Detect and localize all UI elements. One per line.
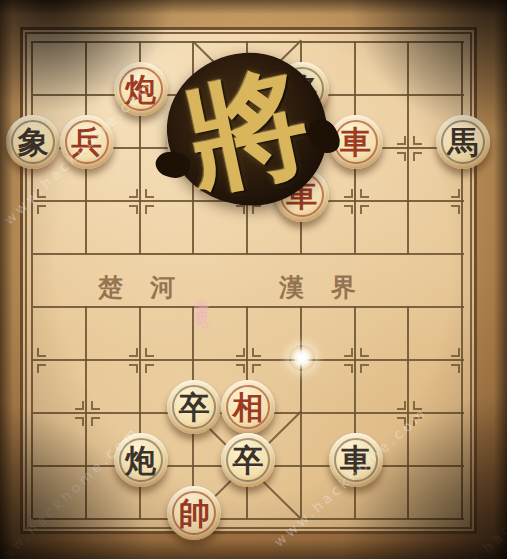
piece-red-elephant[interactable]: 相 [221,380,275,434]
star-point [145,364,154,373]
piece-black-soldier-b[interactable]: 卒 [221,433,275,487]
star-point [252,364,261,373]
check-stamp-character: 將 [153,38,341,221]
river-label-left: 楚河 [98,271,202,304]
star-point [344,364,353,373]
piece-glyph: 卒 [167,380,221,434]
piece-glyph: 相 [221,380,275,434]
star-point [145,348,154,357]
move-highlight-glow [289,345,315,371]
star-point [91,401,100,410]
star-point [37,364,46,373]
star-point [236,364,245,373]
piece-black-horse[interactable]: 馬 [436,115,490,169]
star-point [145,189,154,198]
star-point [236,348,245,357]
star-point [252,348,261,357]
star-point [397,401,406,410]
star-point [129,189,138,198]
star-point [344,348,353,357]
star-point [451,348,460,357]
grid-line [31,41,33,519]
star-point [75,417,84,426]
star-point [129,364,138,373]
star-point [397,152,406,161]
piece-black-elephant[interactable]: 象 [6,115,60,169]
river-label-right: 漢界 [279,271,383,304]
grid-line [33,518,464,520]
piece-glyph: 象 [6,115,60,169]
star-point [360,189,369,198]
star-point [75,401,84,410]
star-point [344,189,353,198]
star-point [37,348,46,357]
star-point [37,205,46,214]
star-point [360,348,369,357]
watermark-vertical: 嗨客手机站 [192,286,211,306]
star-point [344,205,353,214]
star-point [360,364,369,373]
star-point [451,364,460,373]
grid-line [407,41,409,254]
grid-line [461,41,463,519]
grid-line [139,306,141,519]
star-point [129,205,138,214]
star-point [413,152,422,161]
grid-line [33,306,464,308]
grid-line [33,253,464,255]
grid-line [33,41,464,43]
piece-red-king[interactable]: 帥 [167,486,221,540]
star-point [360,205,369,214]
star-point [91,417,100,426]
piece-glyph: 帥 [167,486,221,540]
piece-glyph: 卒 [221,433,275,487]
piece-black-soldier-a[interactable]: 卒 [167,380,221,434]
grid-line [354,306,356,519]
star-point [413,136,422,145]
star-point [129,348,138,357]
star-point [451,189,460,198]
check-stamp: 將 [161,46,334,212]
star-point [451,205,460,214]
star-point [145,205,154,214]
game-screen: 楚河 漢界 嗨客手机站 炮将象兵馬車馬車卒相炮卒車帥 將 www.hackhom… [0,0,507,559]
piece-glyph: 馬 [436,115,490,169]
star-point [397,136,406,145]
grid-line [33,359,464,361]
